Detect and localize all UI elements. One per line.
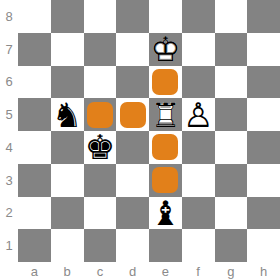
rank-label-4: 4 bbox=[0, 131, 18, 164]
square-a2[interactable] bbox=[18, 197, 51, 230]
square-c5[interactable] bbox=[84, 98, 117, 131]
square-d8[interactable] bbox=[116, 0, 149, 33]
file-label-f: f bbox=[182, 262, 215, 280]
white-king-outline-icon: ♔ bbox=[150, 32, 180, 66]
file-label-a: a bbox=[18, 262, 51, 280]
square-e2[interactable]: ♝ bbox=[149, 197, 182, 230]
square-b1[interactable] bbox=[51, 229, 84, 262]
square-g8[interactable] bbox=[215, 0, 248, 33]
chess-board-widget: 87♚♔65♞♜♖♟♙4♚32♝1abcdefgh bbox=[0, 0, 280, 280]
square-a5[interactable] bbox=[18, 98, 51, 131]
square-h8[interactable] bbox=[247, 0, 280, 33]
square-b4[interactable] bbox=[51, 131, 84, 164]
piece-black-bishop[interactable]: ♝ bbox=[149, 197, 182, 230]
square-g2[interactable] bbox=[215, 197, 248, 230]
piece-white-king[interactable]: ♚♔ bbox=[149, 33, 182, 66]
corner-spacer bbox=[0, 262, 18, 280]
move-highlight bbox=[120, 102, 146, 128]
move-highlight bbox=[87, 102, 113, 128]
piece-black-king[interactable]: ♚ bbox=[84, 131, 117, 164]
square-h1[interactable] bbox=[247, 229, 280, 262]
file-label-c: c bbox=[84, 262, 117, 280]
square-c1[interactable] bbox=[84, 229, 117, 262]
square-c7[interactable] bbox=[84, 33, 117, 66]
square-f8[interactable] bbox=[182, 0, 215, 33]
square-a3[interactable] bbox=[18, 164, 51, 197]
square-e1[interactable] bbox=[149, 229, 182, 262]
square-d4[interactable] bbox=[116, 131, 149, 164]
file-label-d: d bbox=[116, 262, 149, 280]
square-c4[interactable]: ♚ bbox=[84, 131, 117, 164]
square-a6[interactable] bbox=[18, 66, 51, 99]
square-c3[interactable] bbox=[84, 164, 117, 197]
piece-black-knight[interactable]: ♞ bbox=[51, 98, 84, 131]
square-g3[interactable] bbox=[215, 164, 248, 197]
square-b2[interactable] bbox=[51, 197, 84, 230]
square-f5[interactable]: ♟♙ bbox=[182, 98, 215, 131]
square-e3[interactable] bbox=[149, 164, 182, 197]
move-highlight bbox=[152, 69, 178, 95]
square-d3[interactable] bbox=[116, 164, 149, 197]
square-h6[interactable] bbox=[247, 66, 280, 99]
square-g7[interactable] bbox=[215, 33, 248, 66]
square-g1[interactable] bbox=[215, 229, 248, 262]
square-b3[interactable] bbox=[51, 164, 84, 197]
square-h3[interactable] bbox=[247, 164, 280, 197]
square-d1[interactable] bbox=[116, 229, 149, 262]
white-pawn-outline-icon: ♙ bbox=[183, 98, 213, 132]
square-e8[interactable] bbox=[149, 0, 182, 33]
file-label-h: h bbox=[247, 262, 280, 280]
chess-board: 87♚♔65♞♜♖♟♙4♚32♝1abcdefgh bbox=[0, 0, 280, 280]
square-c2[interactable] bbox=[84, 197, 117, 230]
square-f6[interactable] bbox=[182, 66, 215, 99]
square-g4[interactable] bbox=[215, 131, 248, 164]
black-bishop-icon: ♝ bbox=[150, 196, 180, 230]
square-a1[interactable] bbox=[18, 229, 51, 262]
square-g5[interactable] bbox=[215, 98, 248, 131]
square-d6[interactable] bbox=[116, 66, 149, 99]
rank-label-1: 1 bbox=[0, 229, 18, 262]
square-h4[interactable] bbox=[247, 131, 280, 164]
square-f1[interactable] bbox=[182, 229, 215, 262]
rank-label-8: 8 bbox=[0, 0, 18, 33]
square-f4[interactable] bbox=[182, 131, 215, 164]
rank-label-6: 6 bbox=[0, 66, 18, 99]
rank-label-5: 5 bbox=[0, 98, 18, 131]
move-highlight bbox=[152, 134, 178, 160]
square-f7[interactable] bbox=[182, 33, 215, 66]
white-rook-outline-icon: ♖ bbox=[150, 98, 180, 132]
square-b5[interactable]: ♞ bbox=[51, 98, 84, 131]
rank-label-3: 3 bbox=[0, 164, 18, 197]
square-h7[interactable] bbox=[247, 33, 280, 66]
square-b6[interactable] bbox=[51, 66, 84, 99]
square-e5[interactable]: ♜♖ bbox=[149, 98, 182, 131]
square-d2[interactable] bbox=[116, 197, 149, 230]
black-knight-icon: ♞ bbox=[52, 98, 82, 132]
piece-white-rook[interactable]: ♜♖ bbox=[149, 98, 182, 131]
rank-label-2: 2 bbox=[0, 197, 18, 230]
square-c8[interactable] bbox=[84, 0, 117, 33]
square-f3[interactable] bbox=[182, 164, 215, 197]
square-c6[interactable] bbox=[84, 66, 117, 99]
square-g6[interactable] bbox=[215, 66, 248, 99]
move-highlight bbox=[152, 167, 178, 193]
file-label-e: e bbox=[149, 262, 182, 280]
square-a4[interactable] bbox=[18, 131, 51, 164]
square-d5[interactable] bbox=[116, 98, 149, 131]
piece-white-pawn[interactable]: ♟♙ bbox=[182, 98, 215, 131]
square-e7[interactable]: ♚♔ bbox=[149, 33, 182, 66]
square-h2[interactable] bbox=[247, 197, 280, 230]
file-label-g: g bbox=[215, 262, 248, 280]
square-e4[interactable] bbox=[149, 131, 182, 164]
square-f2[interactable] bbox=[182, 197, 215, 230]
file-label-b: b bbox=[51, 262, 84, 280]
square-e6[interactable] bbox=[149, 66, 182, 99]
black-king-icon: ♚ bbox=[85, 130, 115, 164]
rank-label-7: 7 bbox=[0, 33, 18, 66]
square-h5[interactable] bbox=[247, 98, 280, 131]
square-a8[interactable] bbox=[18, 0, 51, 33]
square-a7[interactable] bbox=[18, 33, 51, 66]
square-b8[interactable] bbox=[51, 0, 84, 33]
square-d7[interactable] bbox=[116, 33, 149, 66]
square-b7[interactable] bbox=[51, 33, 84, 66]
